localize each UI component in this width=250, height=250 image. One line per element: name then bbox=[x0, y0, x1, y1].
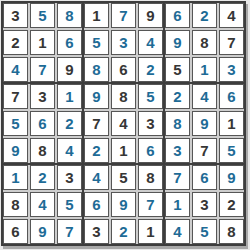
cell-r4c5[interactable]: 8 bbox=[111, 84, 136, 109]
cell-r3c8[interactable]: 1 bbox=[192, 57, 217, 82]
cell-r4c1[interactable]: 7 bbox=[3, 84, 28, 109]
cell-r6c3[interactable]: 4 bbox=[57, 138, 82, 163]
cell-r5c1[interactable]: 5 bbox=[3, 111, 28, 136]
cell-r7c4[interactable]: 4 bbox=[84, 165, 109, 190]
box-r2c2: 769132458 bbox=[165, 165, 244, 244]
box-r2c1: 458697321 bbox=[84, 165, 163, 244]
cell-r1c5[interactable]: 7 bbox=[111, 3, 136, 28]
sudoku-board: 3582164791795348626249875137315629849857… bbox=[1, 1, 246, 246]
cell-r6c5[interactable]: 1 bbox=[111, 138, 136, 163]
cell-r5c4[interactable]: 7 bbox=[84, 111, 109, 136]
cell-r8c3[interactable]: 5 bbox=[57, 192, 82, 217]
cell-r2c9[interactable]: 7 bbox=[219, 30, 244, 55]
cell-r7c9[interactable]: 9 bbox=[219, 165, 244, 190]
cell-r2c4[interactable]: 5 bbox=[84, 30, 109, 55]
box-r0c0: 358216479 bbox=[3, 3, 82, 82]
cell-r5c6[interactable]: 3 bbox=[138, 111, 163, 136]
cell-r3c3[interactable]: 9 bbox=[57, 57, 82, 82]
cell-r3c5[interactable]: 6 bbox=[111, 57, 136, 82]
cell-r4c2[interactable]: 3 bbox=[30, 84, 55, 109]
cell-r1c2[interactable]: 5 bbox=[30, 3, 55, 28]
cell-r8c2[interactable]: 4 bbox=[30, 192, 55, 217]
box-r0c2: 624987513 bbox=[165, 3, 244, 82]
cell-r9c8[interactable]: 5 bbox=[192, 219, 217, 244]
box-r1c0: 731562984 bbox=[3, 84, 82, 163]
cell-r5c2[interactable]: 6 bbox=[30, 111, 55, 136]
cell-r6c8[interactable]: 7 bbox=[192, 138, 217, 163]
cell-r2c3[interactable]: 6 bbox=[57, 30, 82, 55]
cell-r4c4[interactable]: 9 bbox=[84, 84, 109, 109]
box-r0c1: 179534862 bbox=[84, 3, 163, 82]
cell-r2c7[interactable]: 9 bbox=[165, 30, 190, 55]
cell-r8c6[interactable]: 7 bbox=[138, 192, 163, 217]
cell-r5c9[interactable]: 1 bbox=[219, 111, 244, 136]
cell-r2c1[interactable]: 2 bbox=[3, 30, 28, 55]
cell-r3c9[interactable]: 3 bbox=[219, 57, 244, 82]
cell-r7c8[interactable]: 6 bbox=[192, 165, 217, 190]
cell-r1c7[interactable]: 6 bbox=[165, 3, 190, 28]
cell-r3c7[interactable]: 5 bbox=[165, 57, 190, 82]
cell-r9c1[interactable]: 6 bbox=[3, 219, 28, 244]
cell-r9c3[interactable]: 7 bbox=[57, 219, 82, 244]
cell-r8c7[interactable]: 1 bbox=[165, 192, 190, 217]
cell-r9c5[interactable]: 2 bbox=[111, 219, 136, 244]
cell-r8c8[interactable]: 3 bbox=[192, 192, 217, 217]
box-r1c1: 985743216 bbox=[84, 84, 163, 163]
cell-r3c1[interactable]: 4 bbox=[3, 57, 28, 82]
cell-r6c2[interactable]: 8 bbox=[30, 138, 55, 163]
cell-r7c2[interactable]: 2 bbox=[30, 165, 55, 190]
cell-r9c6[interactable]: 1 bbox=[138, 219, 163, 244]
cell-r1c9[interactable]: 4 bbox=[219, 3, 244, 28]
box-r1c2: 246891375 bbox=[165, 84, 244, 163]
cell-r7c3[interactable]: 3 bbox=[57, 165, 82, 190]
cell-r7c5[interactable]: 5 bbox=[111, 165, 136, 190]
cell-r5c5[interactable]: 4 bbox=[111, 111, 136, 136]
cell-r2c5[interactable]: 3 bbox=[111, 30, 136, 55]
cell-r1c1[interactable]: 3 bbox=[3, 3, 28, 28]
cell-r1c8[interactable]: 2 bbox=[192, 3, 217, 28]
cell-r1c6[interactable]: 9 bbox=[138, 3, 163, 28]
cell-r6c9[interactable]: 5 bbox=[219, 138, 244, 163]
cell-r4c7[interactable]: 2 bbox=[165, 84, 190, 109]
cell-r6c7[interactable]: 3 bbox=[165, 138, 190, 163]
cell-r2c8[interactable]: 8 bbox=[192, 30, 217, 55]
cell-r3c6[interactable]: 2 bbox=[138, 57, 163, 82]
cell-r4c6[interactable]: 5 bbox=[138, 84, 163, 109]
cell-r8c9[interactable]: 2 bbox=[219, 192, 244, 217]
cell-r9c2[interactable]: 9 bbox=[30, 219, 55, 244]
cell-r6c1[interactable]: 9 bbox=[3, 138, 28, 163]
cell-r8c5[interactable]: 9 bbox=[111, 192, 136, 217]
cell-r7c6[interactable]: 8 bbox=[138, 165, 163, 190]
cell-r4c9[interactable]: 6 bbox=[219, 84, 244, 109]
cell-r7c7[interactable]: 7 bbox=[165, 165, 190, 190]
cell-r5c7[interactable]: 8 bbox=[165, 111, 190, 136]
cell-r6c6[interactable]: 6 bbox=[138, 138, 163, 163]
cell-r4c8[interactable]: 4 bbox=[192, 84, 217, 109]
cell-r3c2[interactable]: 7 bbox=[30, 57, 55, 82]
box-r2c0: 123845697 bbox=[3, 165, 82, 244]
cell-r4c3[interactable]: 1 bbox=[57, 84, 82, 109]
cell-r1c3[interactable]: 8 bbox=[57, 3, 82, 28]
cell-r9c4[interactable]: 3 bbox=[84, 219, 109, 244]
cell-r1c4[interactable]: 1 bbox=[84, 3, 109, 28]
cell-r2c6[interactable]: 4 bbox=[138, 30, 163, 55]
cell-r6c4[interactable]: 2 bbox=[84, 138, 109, 163]
cell-r8c4[interactable]: 6 bbox=[84, 192, 109, 217]
cell-r9c9[interactable]: 8 bbox=[219, 219, 244, 244]
cell-r7c1[interactable]: 1 bbox=[3, 165, 28, 190]
cell-r8c1[interactable]: 8 bbox=[3, 192, 28, 217]
cell-r9c7[interactable]: 4 bbox=[165, 219, 190, 244]
cell-r2c2[interactable]: 1 bbox=[30, 30, 55, 55]
cell-r5c3[interactable]: 2 bbox=[57, 111, 82, 136]
cell-r5c8[interactable]: 9 bbox=[192, 111, 217, 136]
cell-r3c4[interactable]: 8 bbox=[84, 57, 109, 82]
